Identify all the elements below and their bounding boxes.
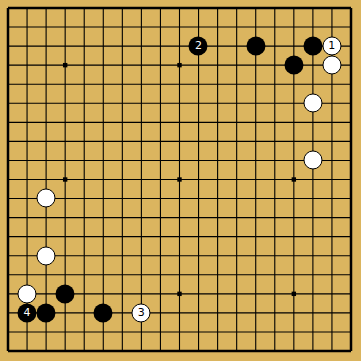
move-number-label: 1 <box>328 41 335 52</box>
stone-black-O17[interactable] <box>246 37 265 56</box>
stone-black-L17-move-2[interactable]: 2 <box>189 37 208 56</box>
stone-black-R17[interactable] <box>303 37 322 56</box>
stone-black-Q16[interactable] <box>284 56 303 75</box>
stone-white-C9[interactable] <box>37 189 56 208</box>
go-board[interactable]: 1234 <box>0 0 361 361</box>
stones-layer: 1234 <box>0 0 360 360</box>
stone-black-F3[interactable] <box>94 303 113 322</box>
stone-black-D4[interactable] <box>56 284 75 303</box>
stone-white-R11[interactable] <box>303 151 322 170</box>
stone-white-S16[interactable] <box>322 56 341 75</box>
stone-black-C3[interactable] <box>37 303 56 322</box>
stone-black-B3-move-4[interactable]: 4 <box>18 303 37 322</box>
stone-white-H3-move-3[interactable]: 3 <box>132 303 151 322</box>
move-number-label: 3 <box>138 307 145 318</box>
move-number-label: 2 <box>195 41 202 52</box>
stone-white-S17-move-1[interactable]: 1 <box>322 37 341 56</box>
move-number-label: 4 <box>24 307 31 318</box>
stone-white-C6[interactable] <box>37 246 56 265</box>
stone-white-R14[interactable] <box>303 94 322 113</box>
stone-white-B4[interactable] <box>18 284 37 303</box>
